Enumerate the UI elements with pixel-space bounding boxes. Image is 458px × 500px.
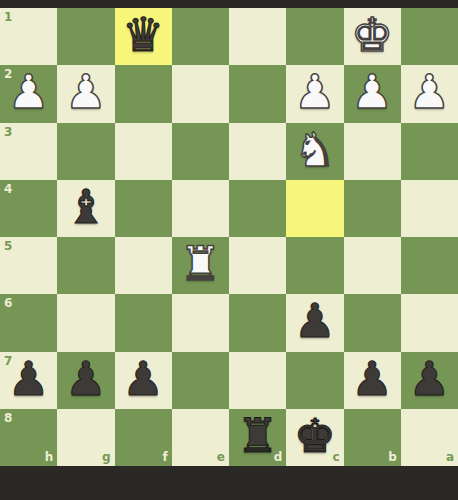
white-pawn-a2[interactable]: ♟: [408, 65, 450, 120]
file-label-h: h: [45, 451, 54, 463]
square-e8[interactable]: e: [172, 409, 229, 466]
square-g2[interactable]: ♟: [57, 65, 114, 122]
black-queen-f1[interactable]: ♛: [122, 8, 164, 63]
square-h8[interactable]: 8h: [0, 409, 57, 466]
square-c3[interactable]: ♞: [286, 123, 343, 180]
square-c6[interactable]: ♟: [286, 294, 343, 351]
square-a1[interactable]: [401, 8, 458, 65]
black-pawn-c6[interactable]: ♟: [294, 294, 336, 349]
white-rook-e5[interactable]: ♜: [179, 237, 221, 292]
white-pawn-h2[interactable]: ♟: [8, 65, 50, 120]
black-king-c8[interactable]: ♚: [294, 409, 336, 464]
square-c5[interactable]: [286, 237, 343, 294]
square-d6[interactable]: [229, 294, 286, 351]
file-label-f: f: [163, 451, 168, 463]
square-a5[interactable]: [401, 237, 458, 294]
square-d5[interactable]: [229, 237, 286, 294]
square-d4[interactable]: [229, 180, 286, 237]
square-a8[interactable]: a: [401, 409, 458, 466]
rank-label-6: 6: [4, 297, 12, 309]
square-b1[interactable]: ♚: [344, 8, 401, 65]
square-f6[interactable]: [115, 294, 172, 351]
file-label-a: a: [446, 451, 454, 463]
square-g6[interactable]: [57, 294, 114, 351]
top-bar: [0, 0, 458, 8]
square-e1[interactable]: [172, 8, 229, 65]
square-a2[interactable]: ♟: [401, 65, 458, 122]
black-bishop-g4[interactable]: ♝: [65, 180, 107, 235]
square-a7[interactable]: ♟: [401, 352, 458, 409]
rank-label-8: 8: [4, 412, 12, 424]
rank-label-4: 4: [4, 183, 12, 195]
square-d1[interactable]: [229, 8, 286, 65]
square-e4[interactable]: [172, 180, 229, 237]
square-h4[interactable]: 4: [0, 180, 57, 237]
square-a4[interactable]: [401, 180, 458, 237]
square-g4[interactable]: ♝: [57, 180, 114, 237]
square-f3[interactable]: [115, 123, 172, 180]
square-d3[interactable]: [229, 123, 286, 180]
chess-app: 1♛♚2♟♟♟♟♟3♞4♝5♜6♟7♟♟♟♟♟8hgfed♜c♚ba: [0, 0, 458, 500]
square-e3[interactable]: [172, 123, 229, 180]
square-c7[interactable]: [286, 352, 343, 409]
rank-label-3: 3: [4, 126, 12, 138]
square-e2[interactable]: [172, 65, 229, 122]
square-h3[interactable]: 3: [0, 123, 57, 180]
square-f2[interactable]: [115, 65, 172, 122]
file-label-g: g: [102, 451, 111, 463]
square-c1[interactable]: [286, 8, 343, 65]
square-e5[interactable]: ♜: [172, 237, 229, 294]
square-g8[interactable]: g: [57, 409, 114, 466]
white-knight-c3[interactable]: ♞: [294, 123, 336, 178]
square-b8[interactable]: b: [344, 409, 401, 466]
file-label-b: b: [388, 451, 397, 463]
square-g7[interactable]: ♟: [57, 352, 114, 409]
square-b7[interactable]: ♟: [344, 352, 401, 409]
square-b2[interactable]: ♟: [344, 65, 401, 122]
file-label-e: e: [217, 451, 225, 463]
square-g5[interactable]: [57, 237, 114, 294]
square-b3[interactable]: [344, 123, 401, 180]
square-f7[interactable]: ♟: [115, 352, 172, 409]
square-h6[interactable]: 6: [0, 294, 57, 351]
square-h5[interactable]: 5: [0, 237, 57, 294]
square-h2[interactable]: 2♟: [0, 65, 57, 122]
square-e7[interactable]: [172, 352, 229, 409]
square-d7[interactable]: [229, 352, 286, 409]
square-f5[interactable]: [115, 237, 172, 294]
rank-label-5: 5: [4, 240, 12, 252]
square-h1[interactable]: 1: [0, 8, 57, 65]
black-pawn-b7[interactable]: ♟: [351, 352, 393, 407]
square-d2[interactable]: [229, 65, 286, 122]
square-b5[interactable]: [344, 237, 401, 294]
square-g3[interactable]: [57, 123, 114, 180]
bottom-bar: [0, 466, 458, 500]
white-pawn-c2[interactable]: ♟: [294, 65, 336, 120]
square-f4[interactable]: [115, 180, 172, 237]
black-pawn-g7[interactable]: ♟: [65, 352, 107, 407]
chess-board[interactable]: 1♛♚2♟♟♟♟♟3♞4♝5♜6♟7♟♟♟♟♟8hgfed♜c♚ba: [0, 8, 458, 466]
square-e6[interactable]: [172, 294, 229, 351]
square-d8[interactable]: d♜: [229, 409, 286, 466]
square-f8[interactable]: f: [115, 409, 172, 466]
square-g1[interactable]: [57, 8, 114, 65]
white-pawn-g2[interactable]: ♟: [65, 65, 107, 120]
square-b4[interactable]: [344, 180, 401, 237]
rank-label-1: 1: [4, 11, 12, 23]
white-king-b1[interactable]: ♚: [351, 8, 393, 63]
black-pawn-h7[interactable]: ♟: [8, 352, 50, 407]
white-pawn-b2[interactable]: ♟: [351, 65, 393, 120]
square-c2[interactable]: ♟: [286, 65, 343, 122]
square-a3[interactable]: [401, 123, 458, 180]
square-b6[interactable]: [344, 294, 401, 351]
square-h7[interactable]: 7♟: [0, 352, 57, 409]
square-c8[interactable]: c♚: [286, 409, 343, 466]
square-f1[interactable]: ♛: [115, 8, 172, 65]
black-pawn-a7[interactable]: ♟: [408, 352, 450, 407]
black-pawn-f7[interactable]: ♟: [122, 352, 164, 407]
square-c4[interactable]: [286, 180, 343, 237]
square-a6[interactable]: [401, 294, 458, 351]
black-rook-d8[interactable]: ♜: [237, 409, 279, 464]
